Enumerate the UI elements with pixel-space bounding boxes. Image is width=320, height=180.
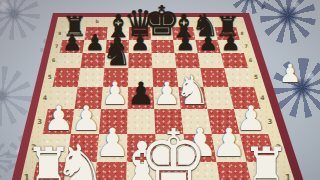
white-king-e1[interactable]: ♚ [138, 119, 208, 180]
black-pawn-g7[interactable]: ♟ [198, 31, 218, 53]
photo-scene: 8877665544332211abcdefgh ♜♝♛♚♝♞♜♟♟♟♟♟♟♟♞… [0, 0, 320, 180]
black-pawn-a7[interactable]: ♟ [62, 31, 82, 53]
tablecloth-motif [0, 140, 12, 180]
white-knight-f4[interactable]: ♞ [175, 70, 211, 110]
black-pawn-d4[interactable]: ♟ [127, 78, 155, 109]
tablecloth-motif [0, 0, 40, 40]
tablecloth-motif [260, 0, 316, 44]
black-pawn-f7[interactable]: ♟ [176, 31, 196, 53]
black-pawn-h7[interactable]: ♟ [221, 31, 241, 53]
black-pawn-d7[interactable]: ♟ [130, 31, 150, 53]
white-rook-h1[interactable]: ♜ [242, 141, 290, 180]
black-knight-c6[interactable]: ♞ [102, 36, 132, 69]
white-pawn-c4[interactable]: ♟ [101, 78, 129, 109]
white-knight-b1[interactable]: ♞ [53, 137, 106, 180]
captured-white-pawn[interactable]: ♟ [279, 61, 301, 86]
white-pawn-a3[interactable]: ♟ [44, 100, 74, 134]
tablecloth-motif [0, 66, 32, 126]
